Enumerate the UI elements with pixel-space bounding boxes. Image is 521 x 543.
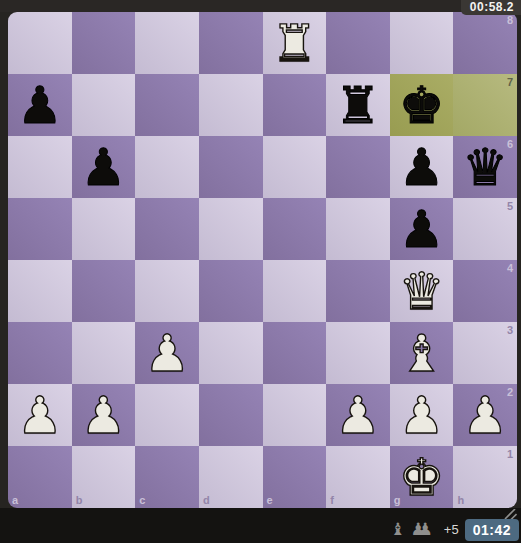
square-h5[interactable]: 5	[453, 198, 517, 260]
black-pawn[interactable]: ♟	[390, 136, 454, 198]
square-e6[interactable]	[263, 136, 327, 198]
file-label-f: f	[330, 495, 334, 506]
white-pawn[interactable]: ♟	[135, 322, 199, 384]
square-b4[interactable]	[72, 260, 136, 322]
square-e7[interactable]	[263, 74, 327, 136]
square-g6[interactable]: ♟	[390, 136, 454, 198]
square-e8[interactable]: ♜	[263, 12, 327, 74]
square-g4[interactable]: ♛	[390, 260, 454, 322]
square-f6[interactable]	[326, 136, 390, 198]
square-a6[interactable]	[8, 136, 72, 198]
square-a2[interactable]: ♟	[8, 384, 72, 446]
square-d3[interactable]	[199, 322, 263, 384]
square-e5[interactable]	[263, 198, 327, 260]
captured-bishop-icon: ♝	[390, 519, 405, 539]
captured-pawn-pair-icon: ♟♟	[410, 519, 432, 539]
rank-label-5: 5	[507, 201, 513, 212]
opponent-clock: 00:58.2	[461, 0, 521, 15]
file-label-d: d	[203, 495, 210, 506]
material-advantage: +5	[444, 522, 459, 537]
black-pawn[interactable]: ♟	[72, 136, 136, 198]
square-c3[interactable]: ♟	[135, 322, 199, 384]
square-h3[interactable]: 3	[453, 322, 517, 384]
square-g8[interactable]	[390, 12, 454, 74]
white-king[interactable]: ♚	[390, 446, 454, 508]
square-h7[interactable]: 7	[453, 74, 517, 136]
square-d4[interactable]	[199, 260, 263, 322]
black-pawn[interactable]: ♟	[8, 74, 72, 136]
square-a1[interactable]: a	[8, 446, 72, 508]
square-c5[interactable]	[135, 198, 199, 260]
square-g2[interactable]: ♟	[390, 384, 454, 446]
square-f8[interactable]	[326, 12, 390, 74]
black-pawn[interactable]: ♟	[390, 198, 454, 260]
file-label-h: h	[457, 495, 464, 506]
square-f2[interactable]: ♟	[326, 384, 390, 446]
square-d8[interactable]	[199, 12, 263, 74]
square-b7[interactable]	[72, 74, 136, 136]
square-b5[interactable]	[72, 198, 136, 260]
square-h2[interactable]: 2♟	[453, 384, 517, 446]
square-a8[interactable]	[8, 12, 72, 74]
square-c6[interactable]	[135, 136, 199, 198]
square-e2[interactable]	[263, 384, 327, 446]
square-f5[interactable]	[326, 198, 390, 260]
square-g7[interactable]: ♚	[390, 74, 454, 136]
square-b6[interactable]: ♟	[72, 136, 136, 198]
chess-board[interactable]: ♜8♟♜♚7♟♟6♛♟5♛4♟♝3♟♟♟♟2♟abcdefg♚1h	[8, 12, 517, 508]
square-g5[interactable]: ♟	[390, 198, 454, 260]
square-b3[interactable]	[72, 322, 136, 384]
square-g1[interactable]: g♚	[390, 446, 454, 508]
white-pawn[interactable]: ♟	[453, 384, 517, 446]
white-pawn[interactable]: ♟	[390, 384, 454, 446]
black-rook[interactable]: ♜	[326, 74, 390, 136]
square-h1[interactable]: 1h	[453, 446, 517, 508]
square-e3[interactable]	[263, 322, 327, 384]
white-queen[interactable]: ♛	[390, 260, 454, 322]
square-b2[interactable]: ♟	[72, 384, 136, 446]
file-label-a: a	[12, 495, 18, 506]
square-e4[interactable]	[263, 260, 327, 322]
square-a7[interactable]: ♟	[8, 74, 72, 136]
square-h6[interactable]: 6♛	[453, 136, 517, 198]
square-d2[interactable]	[199, 384, 263, 446]
square-c1[interactable]: c	[135, 446, 199, 508]
black-king[interactable]: ♚	[390, 74, 454, 136]
square-f1[interactable]: f	[326, 446, 390, 508]
rank-label-7: 7	[507, 77, 513, 88]
captured-icons: ♝♟♟	[390, 521, 438, 539]
square-d1[interactable]: d	[199, 446, 263, 508]
square-a5[interactable]	[8, 198, 72, 260]
white-bishop[interactable]: ♝	[390, 322, 454, 384]
rank-label-8: 8	[507, 15, 513, 26]
rank-label-3: 3	[507, 325, 513, 336]
rank-label-1: 1	[507, 449, 513, 460]
file-label-e: e	[267, 495, 273, 506]
square-a3[interactable]	[8, 322, 72, 384]
square-c8[interactable]	[135, 12, 199, 74]
square-a4[interactable]	[8, 260, 72, 322]
square-h8[interactable]: 8	[453, 12, 517, 74]
player-clock: 01:42	[465, 519, 519, 541]
square-c2[interactable]	[135, 384, 199, 446]
white-rook[interactable]: ♜	[263, 12, 327, 74]
square-d7[interactable]	[199, 74, 263, 136]
square-f7[interactable]: ♜	[326, 74, 390, 136]
square-c7[interactable]	[135, 74, 199, 136]
rank-label-4: 4	[507, 263, 513, 274]
square-f4[interactable]	[326, 260, 390, 322]
black-queen[interactable]: ♛	[453, 136, 517, 198]
square-b8[interactable]	[72, 12, 136, 74]
file-label-b: b	[76, 495, 83, 506]
top-bar	[0, 0, 521, 12]
file-label-c: c	[139, 495, 145, 506]
square-c4[interactable]	[135, 260, 199, 322]
square-e1[interactable]: e	[263, 446, 327, 508]
white-pawn[interactable]: ♟	[72, 384, 136, 446]
square-d6[interactable]	[199, 136, 263, 198]
captured-pieces-tray: ♝♟♟ +5 01:42	[390, 519, 519, 540]
chess-app: 00:58.2 ♜8♟♜♚7♟♟6♛♟5♛4♟♝3♟♟♟♟2♟abcdefg♚1…	[0, 0, 521, 543]
square-f3[interactable]	[326, 322, 390, 384]
square-d5[interactable]	[199, 198, 263, 260]
square-b1[interactable]: b	[72, 446, 136, 508]
white-pawn[interactable]: ♟	[326, 384, 390, 446]
white-pawn[interactable]: ♟	[8, 384, 72, 446]
square-g3[interactable]: ♝	[390, 322, 454, 384]
square-h4[interactable]: 4	[453, 260, 517, 322]
bottom-bar: ♝♟♟ +5 01:42	[0, 508, 521, 543]
